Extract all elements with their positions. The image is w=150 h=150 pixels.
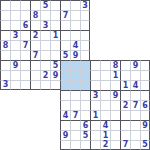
sudoku-cell[interactable]: [0, 10, 10, 20]
sudoku-cell[interactable]: 4: [70, 40, 80, 50]
board-gap: [0, 110, 10, 120]
board-gap: [40, 100, 50, 110]
sudoku-cell[interactable]: [140, 110, 150, 120]
sudoku-cell[interactable]: [110, 140, 120, 150]
sudoku-cell[interactable]: 5: [140, 140, 150, 150]
sudoku-cell[interactable]: [130, 90, 140, 100]
sudoku-cell[interactable]: [10, 40, 20, 50]
sudoku-cell[interactable]: [110, 80, 120, 90]
sudoku-cell[interactable]: [120, 60, 130, 70]
sudoku-cell[interactable]: [40, 30, 50, 40]
sudoku-cell[interactable]: 1: [100, 130, 110, 140]
sudoku-cell[interactable]: [50, 0, 60, 10]
sudoku-cell[interactable]: 8: [0, 40, 10, 50]
sudoku-cell[interactable]: [70, 10, 80, 20]
sudoku-cell[interactable]: [140, 90, 150, 100]
board-gap: [0, 120, 10, 130]
sudoku-cell[interactable]: [20, 50, 30, 60]
board-gap: [130, 10, 140, 20]
sudoku-cell[interactable]: 4: [100, 120, 110, 130]
board-gap: [20, 90, 30, 100]
sudoku-cell[interactable]: [50, 10, 60, 20]
board-gap: [10, 120, 20, 130]
sudoku-cell[interactable]: [30, 0, 40, 10]
sudoku-cell[interactable]: [70, 140, 80, 150]
sudoku-cell[interactable]: 6: [20, 20, 30, 30]
sudoku-cell[interactable]: [120, 110, 130, 120]
sudoku-cell[interactable]: [70, 120, 80, 130]
sudoku-cell[interactable]: 1: [110, 70, 120, 80]
board-gap: [140, 10, 150, 20]
board-gap: [100, 10, 110, 20]
sudoku-cell[interactable]: 9: [50, 70, 60, 80]
sudoku-cell[interactable]: [70, 20, 80, 30]
sudoku-cell[interactable]: 7: [130, 100, 140, 110]
sudoku-cell[interactable]: [100, 110, 110, 120]
sudoku-cell[interactable]: [20, 80, 30, 90]
board-gap: [130, 40, 140, 50]
board-gap: [50, 110, 60, 120]
board-gap: [140, 0, 150, 10]
sudoku-cell[interactable]: [80, 140, 90, 150]
board-gap: [100, 0, 110, 10]
sudoku-cell[interactable]: [100, 100, 110, 110]
sudoku-cell[interactable]: 2: [120, 100, 130, 110]
board-gap: [120, 40, 130, 50]
sudoku-cell[interactable]: [90, 120, 100, 130]
sudoku-cell[interactable]: [50, 40, 60, 50]
sudoku-cell[interactable]: 5: [80, 130, 90, 140]
sudoku-cell[interactable]: 3: [40, 20, 50, 30]
sudoku-cell[interactable]: [130, 130, 140, 140]
sudoku-cell[interactable]: [0, 0, 10, 10]
sudoku-cell[interactable]: [120, 90, 130, 100]
sudoku-cell[interactable]: [60, 0, 70, 10]
sudoku-cell[interactable]: [50, 50, 60, 60]
sudoku-cell[interactable]: 7: [120, 140, 130, 150]
sudoku-cell[interactable]: [60, 120, 70, 130]
sudoku-cell[interactable]: [120, 70, 130, 80]
board-gap: [40, 90, 50, 100]
sudoku-cell[interactable]: [110, 120, 120, 130]
sudoku-cell[interactable]: [10, 0, 20, 10]
board-gap: [90, 40, 100, 50]
board-gap: [10, 130, 20, 140]
sudoku-cell[interactable]: [80, 100, 90, 110]
board-gap: [10, 100, 20, 110]
board-gap: [120, 30, 130, 40]
sudoku-cell[interactable]: [110, 130, 120, 140]
sudoku-cell[interactable]: [80, 90, 90, 100]
board-gap: [140, 50, 150, 60]
sudoku-cell-shared[interactable]: [80, 60, 90, 70]
sudoku-cell[interactable]: 2: [30, 30, 40, 40]
sudoku-cell[interactable]: 4: [130, 80, 140, 90]
sudoku-cell[interactable]: [30, 60, 40, 70]
sudoku-cell[interactable]: 2: [100, 140, 110, 150]
sudoku-cell[interactable]: [100, 70, 110, 80]
board-gap: [90, 0, 100, 10]
sudoku-cell-shared[interactable]: [60, 70, 70, 80]
sudoku-cell[interactable]: 8: [30, 10, 40, 20]
board-gap: [110, 10, 120, 20]
board-gap: [50, 120, 60, 130]
sudoku-cell[interactable]: [40, 80, 50, 90]
sudoku-cell[interactable]: [20, 10, 30, 20]
sudoku-cell[interactable]: [10, 50, 20, 60]
sudoku-cell[interactable]: [90, 140, 100, 150]
board-gap: [120, 10, 130, 20]
sudoku-cell[interactable]: [30, 40, 40, 50]
board-gap: [100, 40, 110, 50]
sudoku-cell-shared[interactable]: [80, 70, 90, 80]
sudoku-cell[interactable]: [40, 50, 50, 60]
sudoku-cell-shared[interactable]: [70, 70, 80, 80]
sudoku-board: 5387633218747599589291314392764716499512…: [0, 0, 150, 150]
board-gap: [30, 100, 40, 110]
sudoku-cell[interactable]: [80, 30, 90, 40]
sudoku-cell[interactable]: 9: [110, 90, 120, 100]
board-gap: [0, 100, 10, 110]
sudoku-cell[interactable]: [130, 120, 140, 130]
sudoku-cell[interactable]: [130, 110, 140, 120]
board-gap: [0, 130, 10, 140]
sudoku-cell[interactable]: [70, 100, 80, 110]
sudoku-cell[interactable]: [70, 130, 80, 140]
sudoku-cell[interactable]: 5: [50, 60, 60, 70]
board-gap: [0, 140, 10, 150]
board-gap: [20, 140, 30, 150]
sudoku-cell[interactable]: 4: [60, 110, 70, 120]
sudoku-cell[interactable]: 3: [0, 80, 10, 90]
board-gap: [130, 30, 140, 40]
sudoku-cell[interactable]: [140, 60, 150, 70]
sudoku-cell[interactable]: [50, 20, 60, 30]
board-gap: [40, 120, 50, 130]
sudoku-cell[interactable]: [80, 10, 90, 20]
sudoku-cell[interactable]: [50, 80, 60, 90]
sudoku-cell[interactable]: [0, 70, 10, 80]
sudoku-cell[interactable]: [120, 120, 130, 130]
board-gap: [40, 140, 50, 150]
board-gap: [10, 90, 20, 100]
board-gap: [40, 110, 50, 120]
sudoku-cell[interactable]: 5: [60, 50, 70, 60]
board-gap: [40, 130, 50, 140]
board-gap: [140, 40, 150, 50]
board-gap: [30, 120, 40, 130]
sudoku-cell[interactable]: [30, 70, 40, 80]
sudoku-cell[interactable]: [60, 100, 70, 110]
sudoku-cell[interactable]: [120, 130, 130, 140]
sudoku-cell[interactable]: 6: [140, 100, 150, 110]
sudoku-cell[interactable]: 7: [20, 40, 30, 50]
sudoku-cell[interactable]: [130, 140, 140, 150]
sudoku-cell[interactable]: 7: [60, 10, 70, 20]
sudoku-cell[interactable]: [100, 80, 110, 90]
sudoku-cell[interactable]: [10, 80, 20, 90]
board-gap: [130, 50, 140, 60]
sudoku-cell[interactable]: [10, 10, 20, 20]
sudoku-cell[interactable]: [80, 20, 90, 30]
sudoku-cell[interactable]: [20, 30, 30, 40]
sudoku-cell-shared[interactable]: [70, 80, 80, 90]
board-gap: [20, 100, 30, 110]
sudoku-cell[interactable]: 3: [10, 30, 20, 40]
sudoku-cell[interactable]: [20, 70, 30, 80]
sudoku-cell[interactable]: [10, 20, 20, 30]
sudoku-cell[interactable]: [90, 70, 100, 80]
board-gap: [100, 30, 110, 40]
board-gap: [10, 140, 20, 150]
board-gap: [50, 130, 60, 140]
twin-sudoku-screenshot: 5387633218747599589291314392764716499512…: [0, 0, 150, 150]
sudoku-cell[interactable]: 3: [80, 0, 90, 10]
sudoku-cell[interactable]: 5: [40, 0, 50, 10]
sudoku-cell[interactable]: [0, 60, 10, 70]
sudoku-cell[interactable]: 1: [50, 30, 60, 40]
sudoku-cell[interactable]: [80, 40, 90, 50]
sudoku-cell[interactable]: [20, 0, 30, 10]
board-gap: [50, 90, 60, 100]
board-gap: [120, 0, 130, 10]
sudoku-cell[interactable]: [30, 20, 40, 30]
sudoku-cell[interactable]: 7: [70, 110, 80, 120]
board-gap: [90, 20, 100, 30]
board-gap: [130, 0, 140, 10]
board-gap: [20, 110, 30, 120]
sudoku-cell-shared[interactable]: [70, 60, 80, 70]
sudoku-cell[interactable]: [60, 140, 70, 150]
sudoku-cell[interactable]: [40, 60, 50, 70]
board-gap: [100, 50, 110, 60]
sudoku-cell[interactable]: [40, 10, 50, 20]
board-gap: [100, 20, 110, 30]
sudoku-cell[interactable]: [90, 100, 100, 110]
sudoku-cell[interactable]: 9: [10, 60, 20, 70]
sudoku-cell[interactable]: [60, 90, 70, 100]
sudoku-cell[interactable]: 1: [90, 110, 100, 120]
sudoku-cell[interactable]: [80, 50, 90, 60]
board-gap: [120, 20, 130, 30]
sudoku-cell[interactable]: [60, 40, 70, 50]
board-gap: [30, 130, 40, 140]
board-gap: [110, 40, 120, 50]
sudoku-cell[interactable]: [140, 70, 150, 80]
board-gap: [90, 10, 100, 20]
sudoku-cell[interactable]: 3: [90, 90, 100, 100]
board-gap: [50, 140, 60, 150]
sudoku-cell[interactable]: 8: [110, 60, 120, 70]
sudoku-cell[interactable]: [110, 110, 120, 120]
sudoku-cell[interactable]: [90, 130, 100, 140]
board-gap: [10, 110, 20, 120]
board-gap: [90, 30, 100, 40]
sudoku-cell[interactable]: 9: [60, 130, 70, 140]
sudoku-cell[interactable]: 7: [30, 50, 40, 60]
board-gap: [120, 50, 130, 60]
sudoku-cell[interactable]: [20, 60, 30, 70]
sudoku-cell[interactable]: [80, 110, 90, 120]
board-gap: [140, 30, 150, 40]
sudoku-cell[interactable]: 2: [40, 70, 50, 80]
sudoku-cell[interactable]: [100, 90, 110, 100]
sudoku-cell[interactable]: [110, 100, 120, 110]
board-gap: [110, 0, 120, 10]
sudoku-cell[interactable]: 9: [140, 120, 150, 130]
board-gap: [30, 90, 40, 100]
board-gap: [0, 90, 10, 100]
sudoku-cell[interactable]: [10, 70, 20, 80]
board-gap: [110, 30, 120, 40]
board-gap: [90, 50, 100, 60]
sudoku-cell[interactable]: [90, 60, 100, 70]
sudoku-cell-shared[interactable]: [60, 60, 70, 70]
sudoku-cell[interactable]: 9: [130, 60, 140, 70]
board-gap: [140, 20, 150, 30]
board-gap: [130, 20, 140, 30]
sudoku-cell[interactable]: [70, 0, 80, 10]
sudoku-cell[interactable]: [90, 80, 100, 90]
sudoku-cell[interactable]: [140, 130, 150, 140]
sudoku-cell[interactable]: [130, 70, 140, 80]
board-gap: [50, 100, 60, 110]
sudoku-cell[interactable]: [60, 30, 70, 40]
board-gap: [110, 20, 120, 30]
board-gap: [30, 140, 40, 150]
sudoku-cell[interactable]: [70, 30, 80, 40]
sudoku-cell[interactable]: 9: [70, 50, 80, 60]
sudoku-cell[interactable]: 6: [80, 120, 90, 130]
sudoku-cell[interactable]: [0, 20, 10, 30]
sudoku-cell[interactable]: [100, 60, 110, 70]
sudoku-cell-shared[interactable]: [80, 80, 90, 90]
board-gap: [20, 130, 30, 140]
sudoku-cell[interactable]: [140, 80, 150, 90]
sudoku-cell[interactable]: 1: [120, 80, 130, 90]
board-gap: [30, 110, 40, 120]
sudoku-cell[interactable]: [0, 30, 10, 40]
sudoku-cell[interactable]: [0, 50, 10, 60]
board-gap: [110, 50, 120, 60]
sudoku-cell[interactable]: [40, 40, 50, 50]
sudoku-cell-shared[interactable]: [60, 80, 70, 90]
sudoku-cell[interactable]: [30, 80, 40, 90]
sudoku-cell[interactable]: [60, 20, 70, 30]
sudoku-cell[interactable]: [70, 90, 80, 100]
board-gap: [20, 120, 30, 130]
